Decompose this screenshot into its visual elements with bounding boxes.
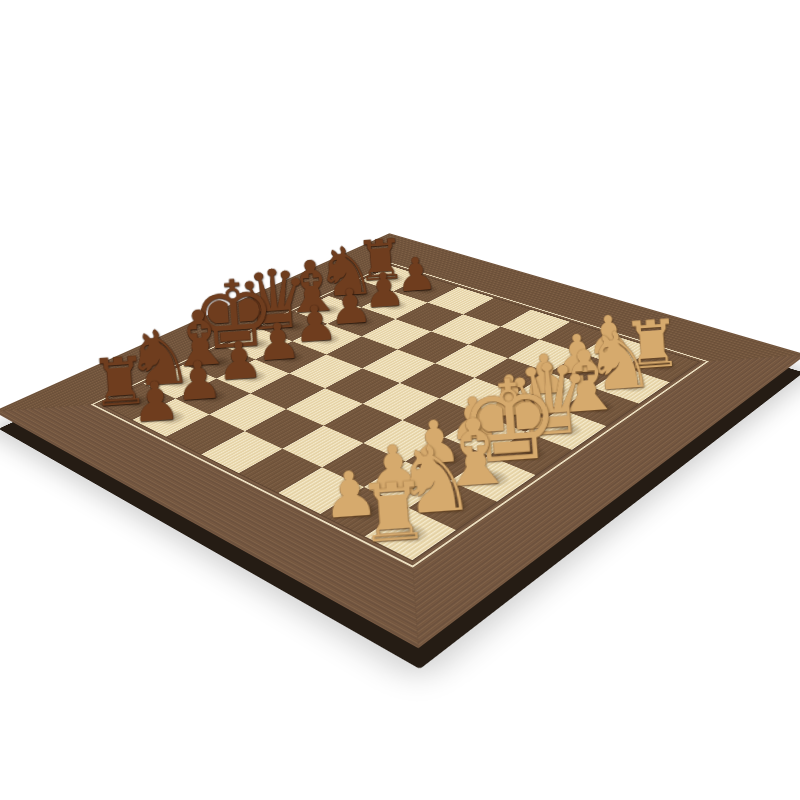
camera-tilt-wrapper: ♜♞♟♝♟♛♟♚♟♝♟♞♟♟♜♟♟♜♟♟♞♟♝♟♛♟♚♟♝♟♞♜ bbox=[0, 0, 800, 800]
product-photo-background: ♜♞♟♝♟♛♟♚♟♝♟♞♟♟♜♟♟♜♟♟♞♟♝♟♛♟♚♟♝♟♞♜ bbox=[0, 0, 800, 800]
black-pawn-glyph: ♟ bbox=[173, 352, 224, 408]
chess-pieces-layer: ♜♞♟♝♟♛♟♚♟♝♟♞♟♟♜♟♟♜♟♟♞♟♝♟♛♟♚♟♝♟♞♜ bbox=[0, 233, 800, 648]
chess-board: ♜♞♟♝♟♛♟♚♟♝♟♞♟♟♜♟♟♜♟♟♞♟♝♟♛♟♚♟♝♟♞♜ bbox=[0, 233, 800, 648]
black-pawn-glyph: ♟ bbox=[129, 373, 181, 430]
white-rook-glyph: ♜ bbox=[354, 470, 431, 554]
